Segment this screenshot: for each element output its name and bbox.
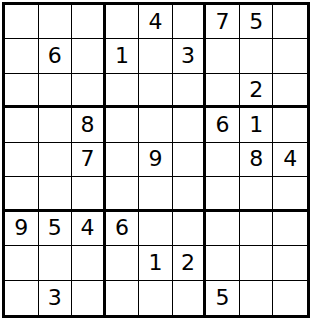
cell-r2c1[interactable]	[5, 39, 39, 73]
cell-r2c5[interactable]	[139, 39, 173, 73]
cell-r6c7[interactable]	[206, 177, 240, 211]
cell-r2c9[interactable]	[273, 39, 307, 73]
cell-r5c1[interactable]	[5, 143, 39, 177]
cell-r7c2[interactable]: 5	[39, 212, 73, 246]
cell-r5c2[interactable]	[39, 143, 73, 177]
cell-r2c4[interactable]: 1	[106, 39, 140, 73]
cell-r4c1[interactable]	[5, 108, 39, 142]
cell-r2c7[interactable]	[206, 39, 240, 73]
cell-r6c2[interactable]	[39, 177, 73, 211]
cell-r8c3[interactable]	[72, 246, 106, 280]
cell-r4c4[interactable]	[106, 108, 140, 142]
cell-r3c4[interactable]	[106, 74, 140, 108]
cell-r5c6[interactable]	[173, 143, 207, 177]
cell-r6c1[interactable]	[5, 177, 39, 211]
cell-r9c8[interactable]	[240, 281, 274, 315]
cell-r3c8[interactable]: 2	[240, 74, 274, 108]
cell-r6c9[interactable]	[273, 177, 307, 211]
cell-r4c8[interactable]: 1	[240, 108, 274, 142]
cell-r9c1[interactable]	[5, 281, 39, 315]
cell-r3c7[interactable]	[206, 74, 240, 108]
cell-r4c5[interactable]	[139, 108, 173, 142]
cell-r3c9[interactable]	[273, 74, 307, 108]
sudoku-page: 4756132861798495461235	[0, 0, 312, 320]
cell-r3c6[interactable]	[173, 74, 207, 108]
cell-r4c9[interactable]	[273, 108, 307, 142]
cell-r5c3[interactable]: 7	[72, 143, 106, 177]
cell-r5c7[interactable]	[206, 143, 240, 177]
cell-r8c9[interactable]	[273, 246, 307, 280]
cell-r3c2[interactable]	[39, 74, 73, 108]
cell-r2c3[interactable]	[72, 39, 106, 73]
cell-r9c7[interactable]: 5	[206, 281, 240, 315]
cell-r5c4[interactable]	[106, 143, 140, 177]
cell-r1c9[interactable]	[273, 5, 307, 39]
cell-r7c4[interactable]: 6	[106, 212, 140, 246]
cell-r4c7[interactable]: 6	[206, 108, 240, 142]
cell-r3c1[interactable]	[5, 74, 39, 108]
cell-r9c5[interactable]	[139, 281, 173, 315]
cell-r5c9[interactable]: 4	[273, 143, 307, 177]
cell-r7c9[interactable]	[273, 212, 307, 246]
cell-r1c2[interactable]	[39, 5, 73, 39]
cell-r2c2[interactable]: 6	[39, 39, 73, 73]
cell-r2c8[interactable]	[240, 39, 274, 73]
cell-r3c5[interactable]	[139, 74, 173, 108]
cell-r1c7[interactable]: 7	[206, 5, 240, 39]
cell-r8c1[interactable]	[5, 246, 39, 280]
cell-r6c3[interactable]	[72, 177, 106, 211]
cell-r8c5[interactable]: 1	[139, 246, 173, 280]
cell-r7c6[interactable]	[173, 212, 207, 246]
cell-r7c1[interactable]: 9	[5, 212, 39, 246]
cell-r1c1[interactable]	[5, 5, 39, 39]
sudoku-board: 4756132861798495461235	[2, 2, 310, 318]
cell-r6c4[interactable]	[106, 177, 140, 211]
cell-r2c6[interactable]: 3	[173, 39, 207, 73]
cell-r7c3[interactable]: 4	[72, 212, 106, 246]
cell-r9c9[interactable]	[273, 281, 307, 315]
cell-r1c4[interactable]	[106, 5, 140, 39]
cell-r4c2[interactable]	[39, 108, 73, 142]
cell-r8c8[interactable]	[240, 246, 274, 280]
cell-r4c3[interactable]: 8	[72, 108, 106, 142]
cell-r6c8[interactable]	[240, 177, 274, 211]
cell-r9c6[interactable]	[173, 281, 207, 315]
cell-r5c5[interactable]: 9	[139, 143, 173, 177]
cell-r4c6[interactable]	[173, 108, 207, 142]
cell-r8c2[interactable]	[39, 246, 73, 280]
cell-r7c5[interactable]	[139, 212, 173, 246]
cell-r9c3[interactable]	[72, 281, 106, 315]
cell-r9c4[interactable]	[106, 281, 140, 315]
cell-r8c4[interactable]	[106, 246, 140, 280]
cell-r7c8[interactable]	[240, 212, 274, 246]
cell-r6c5[interactable]	[139, 177, 173, 211]
cell-r3c3[interactable]	[72, 74, 106, 108]
cell-r7c7[interactable]	[206, 212, 240, 246]
cell-r9c2[interactable]: 3	[39, 281, 73, 315]
cell-r1c3[interactable]	[72, 5, 106, 39]
cell-r1c5[interactable]: 4	[139, 5, 173, 39]
cell-r5c8[interactable]: 8	[240, 143, 274, 177]
cell-r1c8[interactable]: 5	[240, 5, 274, 39]
cell-r1c6[interactable]	[173, 5, 207, 39]
cell-r8c6[interactable]: 2	[173, 246, 207, 280]
cell-r6c6[interactable]	[173, 177, 207, 211]
cell-r8c7[interactable]	[206, 246, 240, 280]
